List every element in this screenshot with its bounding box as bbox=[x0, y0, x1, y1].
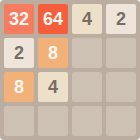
game-board-2048[interactable]: 3264422884 bbox=[0, 0, 140, 140]
tile-32-r1c1: 32 bbox=[4, 4, 34, 34]
tile-64-r1c2: 64 bbox=[38, 4, 68, 34]
tile-8-r3c1: 8 bbox=[4, 72, 34, 102]
empty-cell-r3c4 bbox=[106, 72, 136, 102]
tile-4-r1c3: 4 bbox=[72, 4, 102, 34]
tile-4-r3c2: 4 bbox=[38, 72, 68, 102]
empty-cell-r4c2 bbox=[38, 106, 68, 136]
empty-cell-r4c4 bbox=[106, 106, 136, 136]
empty-cell-r3c3 bbox=[72, 72, 102, 102]
empty-cell-r4c1 bbox=[4, 106, 34, 136]
tile-2-r1c4: 2 bbox=[106, 4, 136, 34]
tile-8-r2c2: 8 bbox=[38, 38, 68, 68]
empty-cell-r4c3 bbox=[72, 106, 102, 136]
empty-cell-r2c4 bbox=[106, 38, 136, 68]
tile-2-r2c1: 2 bbox=[4, 38, 34, 68]
empty-cell-r2c3 bbox=[72, 38, 102, 68]
